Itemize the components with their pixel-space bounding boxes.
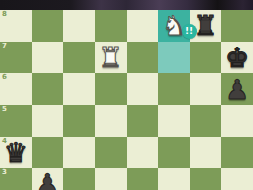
square-f6[interactable] (158, 73, 190, 105)
square-h5[interactable] (221, 105, 253, 137)
square-a5[interactable]: 5 (0, 105, 32, 137)
rank-label-6: 6 (2, 74, 7, 81)
square-b7[interactable] (32, 42, 64, 74)
square-b3[interactable]: ♟ (32, 168, 64, 190)
square-c6[interactable] (63, 73, 95, 105)
square-b4[interactable] (32, 137, 64, 169)
square-f7[interactable] (158, 42, 190, 74)
square-b5[interactable] (32, 105, 64, 137)
square-g4[interactable] (190, 137, 222, 169)
rank-label-7: 7 (2, 43, 7, 50)
square-a3[interactable]: 3 (0, 168, 32, 190)
square-e8[interactable] (127, 10, 159, 42)
rank-label-8: 8 (2, 11, 7, 18)
square-f5[interactable] (158, 105, 190, 137)
square-d4[interactable] (95, 137, 127, 169)
brilliant-move-badge: !! (182, 24, 197, 39)
square-g6[interactable] (190, 73, 222, 105)
app-background: 8♞♜7♜♚6♟54♛3♟ !! (0, 0, 253, 190)
black-rook-piece[interactable]: ♜ (193, 10, 217, 41)
square-c3[interactable] (63, 168, 95, 190)
square-c8[interactable] (63, 10, 95, 42)
square-d6[interactable] (95, 73, 127, 105)
white-knight-piece[interactable]: ♞ (162, 10, 186, 41)
chess-board: 8♞♜7♜♚6♟54♛3♟ (0, 10, 253, 190)
square-d3[interactable] (95, 168, 127, 190)
square-d8[interactable] (95, 10, 127, 42)
square-e4[interactable] (127, 137, 159, 169)
square-h8[interactable] (221, 10, 253, 42)
square-d7[interactable]: ♜ (95, 42, 127, 74)
square-h3[interactable] (221, 168, 253, 190)
square-d5[interactable] (95, 105, 127, 137)
square-b8[interactable] (32, 10, 64, 42)
brilliant-badge-label: !! (185, 27, 193, 36)
square-f3[interactable] (158, 168, 190, 190)
rank-label-3: 3 (2, 169, 7, 176)
square-c4[interactable] (63, 137, 95, 169)
rank-label-5: 5 (2, 106, 7, 113)
square-a4[interactable]: 4♛ (0, 137, 32, 169)
square-e3[interactable] (127, 168, 159, 190)
black-pawn-piece[interactable]: ♟ (225, 74, 249, 105)
square-g3[interactable] (190, 168, 222, 190)
square-g5[interactable] (190, 105, 222, 137)
square-c7[interactable] (63, 42, 95, 74)
square-h7[interactable]: ♚ (221, 42, 253, 74)
square-a6[interactable]: 6 (0, 73, 32, 105)
square-e7[interactable] (127, 42, 159, 74)
square-h6[interactable]: ♟ (221, 73, 253, 105)
square-h4[interactable] (221, 137, 253, 169)
square-e6[interactable] (127, 73, 159, 105)
black-king-piece[interactable]: ♚ (225, 42, 249, 73)
square-a8[interactable]: 8 (0, 10, 32, 42)
square-g7[interactable] (190, 42, 222, 74)
square-e5[interactable] (127, 105, 159, 137)
square-f4[interactable] (158, 137, 190, 169)
black-queen-piece[interactable]: ♛ (4, 137, 28, 168)
square-c5[interactable] (63, 105, 95, 137)
black-pawn-piece[interactable]: ♟ (35, 168, 59, 190)
square-a7[interactable]: 7 (0, 42, 32, 74)
square-b6[interactable] (32, 73, 64, 105)
white-rook-piece[interactable]: ♜ (99, 42, 123, 73)
